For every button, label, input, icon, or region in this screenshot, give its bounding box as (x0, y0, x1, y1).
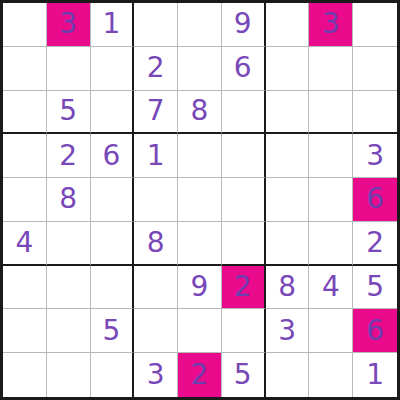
cell-r7c3[interactable] (91, 266, 135, 310)
cell-r8c9[interactable]: 6 (353, 309, 397, 353)
cell-r5c1[interactable] (3, 178, 47, 222)
cell-r7c4[interactable] (134, 266, 178, 310)
cell-r7c8[interactable]: 4 (309, 266, 353, 310)
cell-r3c2[interactable]: 5 (47, 91, 91, 135)
cell-r3c1[interactable] (3, 91, 47, 135)
cell-r9c4[interactable]: 3 (134, 353, 178, 397)
cell-r2c6[interactable]: 6 (222, 47, 266, 91)
cell-r1c1[interactable] (3, 3, 47, 47)
cell-r2c8[interactable] (309, 47, 353, 91)
cell-r9c2[interactable] (47, 353, 91, 397)
cell-r8c2[interactable] (47, 309, 91, 353)
cell-r5c3[interactable] (91, 178, 135, 222)
cell-r6c1[interactable]: 4 (3, 222, 47, 266)
cell-r6c2[interactable] (47, 222, 91, 266)
cell-r3c4[interactable]: 7 (134, 91, 178, 135)
cell-r9c3[interactable] (91, 353, 135, 397)
cell-r8c3[interactable]: 5 (91, 309, 135, 353)
cell-r6c4[interactable]: 8 (134, 222, 178, 266)
cell-r5c8[interactable] (309, 178, 353, 222)
cell-r1c6[interactable]: 9 (222, 3, 266, 47)
cell-r5c9[interactable]: 6 (353, 178, 397, 222)
cell-r4c3[interactable]: 6 (91, 134, 135, 178)
cell-r7c1[interactable] (3, 266, 47, 310)
cell-r9c5[interactable]: 2 (178, 353, 222, 397)
cell-r3c3[interactable] (91, 91, 135, 135)
sudoku-board: 319326578261386482928455363251 (0, 0, 400, 400)
cell-r7c5[interactable]: 9 (178, 266, 222, 310)
cell-r1c8[interactable]: 3 (309, 3, 353, 47)
cell-r3c9[interactable] (353, 91, 397, 135)
cell-r6c6[interactable] (222, 222, 266, 266)
cell-r1c2[interactable]: 3 (47, 3, 91, 47)
cell-r1c9[interactable] (353, 3, 397, 47)
cell-r7c9[interactable]: 5 (353, 266, 397, 310)
cell-r1c5[interactable] (178, 3, 222, 47)
cell-r4c7[interactable] (266, 134, 310, 178)
cell-r1c4[interactable] (134, 3, 178, 47)
cell-r4c4[interactable]: 1 (134, 134, 178, 178)
cell-r5c4[interactable] (134, 178, 178, 222)
cell-r2c9[interactable] (353, 47, 397, 91)
cell-r6c3[interactable] (91, 222, 135, 266)
cell-r9c6[interactable]: 5 (222, 353, 266, 397)
cell-r8c7[interactable]: 3 (266, 309, 310, 353)
cell-r9c8[interactable] (309, 353, 353, 397)
cell-r6c5[interactable] (178, 222, 222, 266)
cell-r4c9[interactable]: 3 (353, 134, 397, 178)
cell-r2c5[interactable] (178, 47, 222, 91)
cell-r3c5[interactable]: 8 (178, 91, 222, 135)
cell-r3c6[interactable] (222, 91, 266, 135)
cell-r2c7[interactable] (266, 47, 310, 91)
cell-r2c3[interactable] (91, 47, 135, 91)
cell-r7c7[interactable]: 8 (266, 266, 310, 310)
cell-r1c7[interactable] (266, 3, 310, 47)
cell-r4c2[interactable]: 2 (47, 134, 91, 178)
cell-r6c9[interactable]: 2 (353, 222, 397, 266)
cell-r4c6[interactable] (222, 134, 266, 178)
cell-r9c9[interactable]: 1 (353, 353, 397, 397)
cell-r6c8[interactable] (309, 222, 353, 266)
cell-r7c6[interactable]: 2 (222, 266, 266, 310)
cell-r8c1[interactable] (3, 309, 47, 353)
cell-r5c5[interactable] (178, 178, 222, 222)
cell-r2c2[interactable] (47, 47, 91, 91)
cell-r9c7[interactable] (266, 353, 310, 397)
cell-r7c2[interactable] (47, 266, 91, 310)
cell-r5c2[interactable]: 8 (47, 178, 91, 222)
cell-r3c8[interactable] (309, 91, 353, 135)
cell-r5c6[interactable] (222, 178, 266, 222)
cell-r4c1[interactable] (3, 134, 47, 178)
cell-r1c3[interactable]: 1 (91, 3, 135, 47)
cell-r8c5[interactable] (178, 309, 222, 353)
cell-r9c1[interactable] (3, 353, 47, 397)
cell-r8c4[interactable] (134, 309, 178, 353)
cell-r4c8[interactable] (309, 134, 353, 178)
cell-r4c5[interactable] (178, 134, 222, 178)
cell-r3c7[interactable] (266, 91, 310, 135)
cell-r2c4[interactable]: 2 (134, 47, 178, 91)
cell-r6c7[interactable] (266, 222, 310, 266)
cell-r5c7[interactable] (266, 178, 310, 222)
cell-r8c8[interactable] (309, 309, 353, 353)
cell-r8c6[interactable] (222, 309, 266, 353)
cell-r2c1[interactable] (3, 47, 47, 91)
